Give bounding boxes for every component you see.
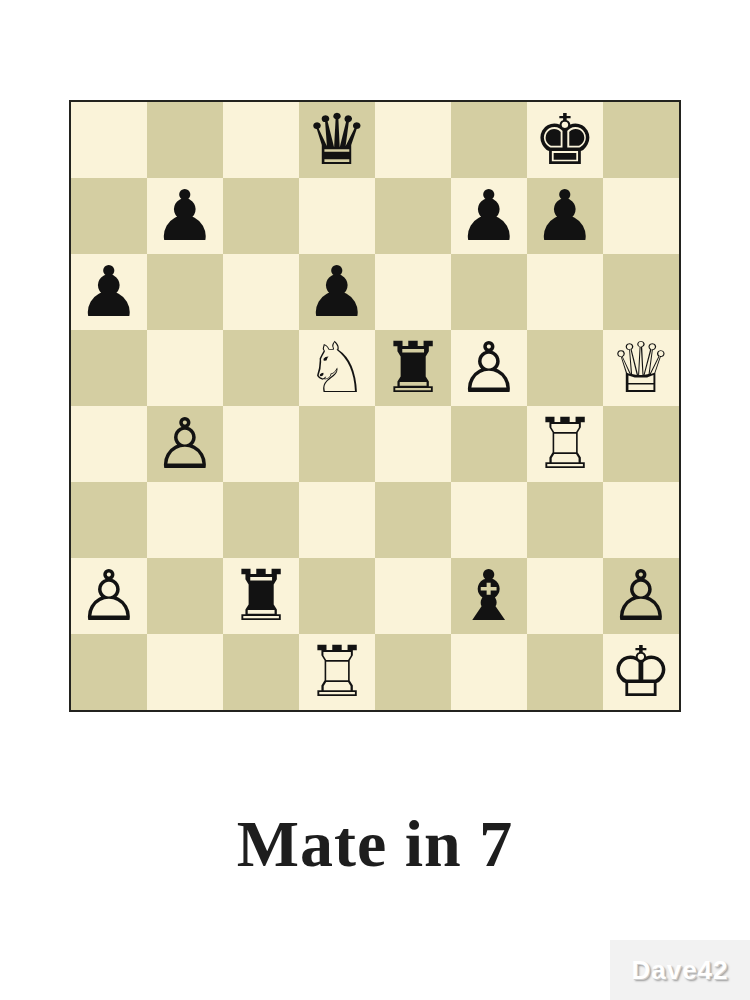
square-a4 [71, 406, 147, 482]
square-a8 [71, 102, 147, 178]
square-f6 [451, 254, 527, 330]
square-b1 [147, 634, 223, 710]
square-g4: ♖ [527, 406, 603, 482]
square-h6 [603, 254, 679, 330]
black-pawn-a6: ♟ [78, 254, 141, 330]
square-h8 [603, 102, 679, 178]
white-pawn-a2: ♙ [78, 558, 141, 634]
square-g2 [527, 558, 603, 634]
square-b7: ♟ [147, 178, 223, 254]
puzzle-caption: Mate in 7 [0, 806, 750, 882]
black-pawn-g7: ♟ [534, 178, 597, 254]
square-c6 [223, 254, 299, 330]
white-pawn-b4: ♙ [154, 406, 217, 482]
square-c3 [223, 482, 299, 558]
square-f7: ♟ [451, 178, 527, 254]
square-b4: ♙ [147, 406, 223, 482]
square-a1 [71, 634, 147, 710]
square-c5 [223, 330, 299, 406]
square-e8 [375, 102, 451, 178]
square-f1 [451, 634, 527, 710]
square-e3 [375, 482, 451, 558]
square-h4 [603, 406, 679, 482]
square-b6 [147, 254, 223, 330]
white-knight-d5: ♘ [306, 330, 369, 406]
square-g8: ♚ [527, 102, 603, 178]
black-pawn-d6: ♟ [306, 254, 369, 330]
square-e1 [375, 634, 451, 710]
square-d6: ♟ [299, 254, 375, 330]
square-d2 [299, 558, 375, 634]
square-c8 [223, 102, 299, 178]
square-f5: ♙ [451, 330, 527, 406]
square-h5: ♕ [603, 330, 679, 406]
square-e5: ♜ [375, 330, 451, 406]
black-rook-e5: ♜ [382, 330, 445, 406]
square-a7 [71, 178, 147, 254]
square-f2: ♝ [451, 558, 527, 634]
square-e7 [375, 178, 451, 254]
white-pawn-f5: ♙ [458, 330, 521, 406]
square-a2: ♙ [71, 558, 147, 634]
square-b8 [147, 102, 223, 178]
watermark-badge: Dave42 [610, 940, 750, 1000]
square-f4 [451, 406, 527, 482]
square-h3 [603, 482, 679, 558]
poster-page: ♛♚♟♟♟♟♟♘♜♙♕♙♖♙♜♝♙♖♔ Mate in 7 Dave42 [0, 0, 750, 1000]
square-g5 [527, 330, 603, 406]
square-a5 [71, 330, 147, 406]
square-d7 [299, 178, 375, 254]
black-pawn-f7: ♟ [458, 178, 521, 254]
white-rook-d1: ♖ [306, 634, 369, 710]
black-king-g8: ♚ [534, 102, 597, 178]
square-h1: ♔ [603, 634, 679, 710]
square-d1: ♖ [299, 634, 375, 710]
square-h2: ♙ [603, 558, 679, 634]
square-a6: ♟ [71, 254, 147, 330]
white-pawn-h2: ♙ [610, 558, 673, 634]
square-b2 [147, 558, 223, 634]
chess-board: ♛♚♟♟♟♟♟♘♜♙♕♙♖♙♜♝♙♖♔ [69, 100, 681, 712]
square-d5: ♘ [299, 330, 375, 406]
square-g6 [527, 254, 603, 330]
white-rook-g4: ♖ [534, 406, 597, 482]
square-d4 [299, 406, 375, 482]
square-g1 [527, 634, 603, 710]
square-f3 [451, 482, 527, 558]
square-e2 [375, 558, 451, 634]
square-c7 [223, 178, 299, 254]
square-d8: ♛ [299, 102, 375, 178]
square-b3 [147, 482, 223, 558]
black-queen-d8: ♛ [306, 102, 369, 178]
black-rook-c2: ♜ [230, 558, 293, 634]
square-e4 [375, 406, 451, 482]
square-c2: ♜ [223, 558, 299, 634]
white-king-h1: ♔ [610, 634, 673, 710]
square-a3 [71, 482, 147, 558]
square-e6 [375, 254, 451, 330]
white-queen-h5: ♕ [610, 330, 673, 406]
square-b5 [147, 330, 223, 406]
square-g3 [527, 482, 603, 558]
black-pawn-b7: ♟ [154, 178, 217, 254]
square-c4 [223, 406, 299, 482]
square-c1 [223, 634, 299, 710]
black-bishop-f2: ♝ [458, 558, 521, 634]
square-h7 [603, 178, 679, 254]
square-d3 [299, 482, 375, 558]
square-g7: ♟ [527, 178, 603, 254]
watermark-text: Dave42 [631, 955, 728, 986]
square-f8 [451, 102, 527, 178]
